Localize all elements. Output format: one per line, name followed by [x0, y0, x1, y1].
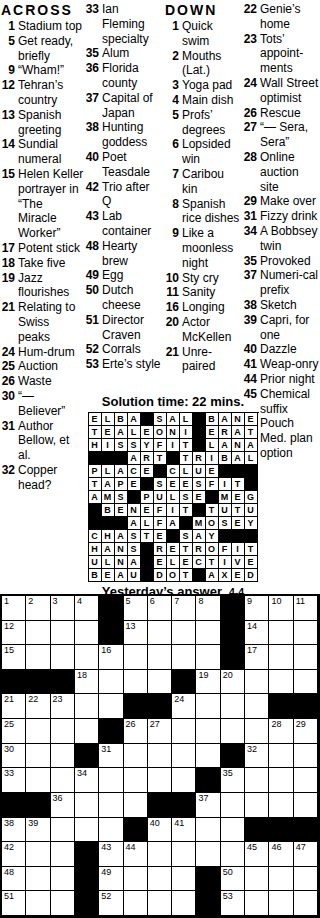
solution-cell-r5c5: E [141, 465, 154, 478]
solution-cell-r9c4: A [128, 517, 141, 530]
clue-number: 19 [1, 271, 15, 286]
clue-text: Unre-paired [182, 345, 215, 374]
grid-cell-r6c4[interactable] [75, 719, 99, 744]
grid-cell-r2c4[interactable] [75, 621, 99, 646]
clue-text: “— Believer” [18, 389, 65, 418]
grid-cell-r3c2[interactable] [26, 645, 50, 670]
grid-cell-r4c11[interactable] [245, 670, 269, 695]
grid-cell-r8c7[interactable] [148, 768, 172, 793]
black-cell-r10c12 [269, 818, 293, 843]
grid-cell-r1c3[interactable]: 3 [51, 596, 75, 621]
solution-cell-r8c11: U [219, 504, 232, 517]
grid-cell-r4c6[interactable] [124, 670, 148, 695]
clue-number: 4 [165, 93, 179, 108]
clue-across-40: 40Poet Teasdale [85, 150, 162, 180]
cell-number: 3 [53, 596, 58, 606]
grid-cell-r10c5[interactable] [99, 818, 123, 843]
grid-cell-r9c6[interactable] [124, 793, 148, 818]
grid-cell-r4c7[interactable] [148, 670, 172, 695]
grid-cell-r8c1[interactable]: 33 [2, 768, 26, 793]
solution-cell-r10c7 [167, 530, 180, 543]
cell-number: 33 [4, 768, 14, 778]
grid-cell-r9c10[interactable] [221, 793, 245, 818]
grid-cell-r11c3[interactable] [51, 842, 75, 867]
cell-number: 38 [4, 818, 14, 828]
cell-number: 47 [296, 842, 306, 852]
solution-cell-r6c13 [245, 478, 258, 491]
grid-cell-r13c8[interactable] [172, 891, 196, 916]
grid-cell-r3c1[interactable]: 15 [2, 645, 26, 670]
cell-number: 19 [198, 670, 208, 680]
grid-cell-r9c9[interactable]: 37 [196, 793, 220, 818]
clue-text: Alum [102, 46, 129, 60]
clue-down-44: 44Prior night [243, 372, 320, 387]
grid-cell-r5c8[interactable]: 24 [172, 694, 196, 719]
across-heading: ACROSS [1, 2, 84, 19]
grid-cell-r8c8[interactable] [172, 768, 196, 793]
grid-cell-r2c6[interactable]: 13 [124, 621, 148, 646]
solution-cell-r9c11: S [219, 517, 232, 530]
grid-cell-r7c13[interactable] [294, 744, 318, 769]
cell-number: 4 [77, 596, 82, 606]
clue-text: Lopsided win [182, 137, 231, 166]
grid-cell-r1c8[interactable]: 7 [172, 596, 196, 621]
solution-cell-r2c11: R [219, 426, 232, 439]
grid-cell-r1c11[interactable]: 9 [245, 596, 269, 621]
grid-cell-r12c11[interactable] [245, 867, 269, 892]
clue-across-53: 53Erte’s style [85, 357, 162, 372]
grid-cell-r3c3[interactable] [51, 645, 75, 670]
solution-cell-r4c9: R [193, 452, 206, 465]
solution-cell-r7c2: M [102, 491, 115, 504]
clue-down-6: 6Lopsided win [165, 137, 242, 167]
grid-cell-r6c11[interactable] [245, 719, 269, 744]
clue-text: Tots’ appoint-ments [260, 32, 303, 76]
grid-cell-r12c1[interactable]: 48 [2, 867, 26, 892]
clue-text: Waste [18, 374, 52, 388]
solution-cell-r2c6: O [154, 426, 167, 439]
solution-cell-r2c10: E [206, 426, 219, 439]
clue-text: Provoked [260, 254, 311, 268]
solution-time-label: Solution time: 22 mins. [87, 394, 259, 409]
grid-cell-r7c9[interactable] [196, 744, 220, 769]
solution-cell-r3c6: F [154, 439, 167, 452]
clue-across-32: 32Copper head? [1, 463, 84, 493]
grid-cell-r1c1[interactable]: 1 [2, 596, 26, 621]
clue-number: 5 [1, 34, 15, 49]
clue-down-27: 27“— Sera, Sera” [243, 120, 320, 150]
grid-cell-r13c1[interactable]: 51 [2, 891, 26, 916]
clue-across-18: 18Take five [1, 256, 84, 271]
clue-down-23: 23Tots’ appoint-ments [243, 32, 320, 76]
clue-text: “Wham!” [18, 63, 64, 77]
grid-cell-r9c3[interactable]: 36 [51, 793, 75, 818]
grid-cell-r10c7[interactable]: 40 [148, 818, 172, 843]
grid-cell-r5c10[interactable] [221, 694, 245, 719]
clue-number: 8 [165, 197, 179, 212]
black-cell-r12c9 [196, 867, 220, 892]
grid-cell-r9c11[interactable] [245, 793, 269, 818]
grid-cell-r2c13[interactable] [294, 621, 318, 646]
clue-text: Trio after Q [102, 180, 150, 209]
grid-cell-r8c13[interactable] [294, 768, 318, 793]
solution-cell-r9c10: O [206, 517, 219, 530]
solution-cell-r12c13: E [245, 556, 258, 569]
solution-cell-r13c3: A [115, 569, 128, 582]
solution-cell-r11c8: T [180, 543, 193, 556]
grid-cell-r11c8[interactable] [172, 842, 196, 867]
clue-text: Make over [260, 194, 316, 208]
grid-cell-r1c2[interactable]: 2 [26, 596, 50, 621]
grid-cell-r13c13[interactable] [294, 891, 318, 916]
grid-cell-r5c2[interactable]: 22 [26, 694, 50, 719]
solution-cell-r1c2: L [102, 413, 115, 426]
grid-cell-r1c9[interactable]: 8 [196, 596, 220, 621]
grid-cell-r9c4[interactable] [75, 793, 99, 818]
grid-cell-r12c10[interactable]: 50 [221, 867, 245, 892]
cell-number: 52 [101, 891, 111, 901]
grid-cell-r2c8[interactable] [172, 621, 196, 646]
grid-cell-r7c1[interactable]: 30 [2, 744, 26, 769]
clue-down-37: 37Numeri-cal prefix [243, 268, 320, 298]
clue-text: Sketch [260, 298, 297, 312]
clue-number: 25 [1, 359, 15, 374]
clue-across-14: 14Sundial numeral [1, 137, 84, 167]
solution-cell-r4c6: T [154, 452, 167, 465]
grid-cell-r2c1[interactable]: 12 [2, 621, 26, 646]
solution-cell-r6c6: S [154, 478, 167, 491]
solution-cell-r11c2: A [102, 543, 115, 556]
black-cell-r2c10 [221, 621, 245, 646]
grid-cell-r11c9[interactable] [196, 842, 220, 867]
cell-number: 43 [101, 842, 111, 852]
cell-number: 12 [4, 621, 14, 631]
grid-cell-r12c2[interactable] [26, 867, 50, 892]
grid-cell-r8c3[interactable] [51, 768, 75, 793]
grid-cell-r12c3[interactable] [51, 867, 75, 892]
grid-cell-r12c13[interactable] [294, 867, 318, 892]
solution-cell-r3c11: A [219, 439, 232, 452]
grid-cell-r3c7[interactable] [148, 645, 172, 670]
solution-cell-r13c1: B [89, 569, 102, 582]
solution-cell-r6c1: T [89, 478, 102, 491]
grid-cell-r10c10[interactable] [221, 818, 245, 843]
clue-number: 9 [1, 63, 15, 78]
grid-cell-r6c9[interactable] [196, 719, 220, 744]
solution-cell-r3c9 [193, 439, 206, 452]
grid-cell-r3c4[interactable] [75, 645, 99, 670]
clue-number: 11 [165, 285, 179, 300]
grid-cell-r6c1[interactable]: 25 [2, 719, 26, 744]
grid-cell-r11c11[interactable]: 45 [245, 842, 269, 867]
solution-cell-r7c8: S [180, 491, 193, 504]
grid-cell-r3c8[interactable] [172, 645, 196, 670]
clue-text: Capital of Japan [102, 91, 153, 120]
grid-cell-r13c11[interactable] [245, 891, 269, 916]
grid-cell-r7c5[interactable]: 31 [99, 744, 123, 769]
clue-down-38: 38Sketch [243, 298, 320, 313]
solution-cell-r13c6: D [154, 569, 167, 582]
grid-cell-r11c6[interactable]: 44 [124, 842, 148, 867]
grid-cell-r11c13[interactable]: 47 [294, 842, 318, 867]
cell-number: 6 [150, 596, 155, 606]
grid-cell-r12c7[interactable] [148, 867, 172, 892]
clue-text: Pouch [260, 416, 294, 430]
grid-cell-r11c5[interactable]: 43 [99, 842, 123, 867]
clue-number: 35 [243, 254, 257, 269]
cell-number: 44 [126, 842, 136, 852]
clue-number: 50 [85, 283, 99, 298]
solution-cell-r12c2: L [102, 556, 115, 569]
cell-number: 35 [223, 768, 233, 778]
grid-cell-r8c5[interactable] [99, 768, 123, 793]
clue-text: Sundial numeral [18, 137, 61, 166]
grid-cell-r11c7[interactable] [148, 842, 172, 867]
black-cell-r9c2 [26, 793, 50, 818]
clue-number: 1 [165, 19, 179, 34]
solution-cell-r12c12: V [232, 556, 245, 569]
grid-cell-r8c6[interactable] [124, 768, 148, 793]
grid-cell-r11c1[interactable]: 42 [2, 842, 26, 867]
grid-cell-r5c3[interactable]: 23 [51, 694, 75, 719]
solution-cell-r11c9: R [193, 543, 206, 556]
grid-cell-r7c8[interactable] [172, 744, 196, 769]
solution-cell-r3c2: I [102, 439, 115, 452]
solution-cell-r8c10: T [206, 504, 219, 517]
cell-number: 21 [4, 694, 14, 704]
grid-cell-r1c4[interactable]: 4 [75, 596, 99, 621]
cell-number: 45 [247, 842, 257, 852]
grid-cell-r13c6[interactable] [124, 891, 148, 916]
solution-cell-r7c5: P [141, 491, 154, 504]
clue-text: Like a moonless night [182, 226, 233, 270]
black-cell-r5c7 [148, 694, 172, 719]
grid-cell-r7c6[interactable] [124, 744, 148, 769]
grid-cell-r6c6[interactable]: 26 [124, 719, 148, 744]
solution-cell-r2c12: A [232, 426, 245, 439]
cell-number: 31 [101, 744, 111, 754]
clue-text: Dutch cheese [102, 283, 141, 312]
grid-cell-r9c13[interactable] [294, 793, 318, 818]
cell-number: 13 [126, 621, 136, 631]
solution-cell-r12c9: C [193, 556, 206, 569]
grid-cell-r7c2[interactable] [26, 744, 50, 769]
grid-cell-r5c11[interactable] [245, 694, 269, 719]
cell-number: 40 [150, 818, 160, 828]
cell-number: 26 [126, 719, 136, 729]
grid-cell-r11c12[interactable]: 46 [269, 842, 293, 867]
grid-cell-r8c11[interactable] [245, 768, 269, 793]
grid-cell-r13c10[interactable]: 53 [221, 891, 245, 916]
clue-number: 37 [243, 268, 257, 283]
grid-cell-r7c11[interactable]: 32 [245, 744, 269, 769]
grid-cell-r7c3[interactable] [51, 744, 75, 769]
black-cell-r5c13 [294, 694, 318, 719]
grid-cell-r3c11[interactable]: 17 [245, 645, 269, 670]
grid-cell-r3c5[interactable]: 16 [99, 645, 123, 670]
solution-cell-r2c4: L [128, 426, 141, 439]
grid-cell-r9c12[interactable] [269, 793, 293, 818]
clue-text: Prior night [260, 372, 315, 386]
grid-cell-r13c7[interactable] [148, 891, 172, 916]
solution-cell-r12c5 [141, 556, 154, 569]
clue-text: Quick swim [182, 19, 213, 48]
clue-text: Weap-onry [260, 357, 318, 371]
clue-number: 40 [85, 150, 99, 165]
grid-cell-r8c12[interactable] [269, 768, 293, 793]
grid-cell-r4c5[interactable] [99, 670, 123, 695]
grid-cell-r2c7[interactable] [148, 621, 172, 646]
grid-cell-r4c9[interactable]: 19 [196, 670, 220, 695]
grid-cell-r6c13[interactable]: 29 [294, 719, 318, 744]
solution-cell-r1c13: E [245, 413, 258, 426]
grid-cell-r4c12[interactable] [269, 670, 293, 695]
grid-cell-r10c2[interactable]: 39 [26, 818, 50, 843]
grid-cell-r5c5[interactable] [99, 694, 123, 719]
clue-number: 35 [85, 46, 99, 61]
solution-cell-r11c3: N [115, 543, 128, 556]
grid-cell-r6c8[interactable] [172, 719, 196, 744]
grid-cell-r10c1[interactable]: 38 [2, 818, 26, 843]
solution-cell-r13c2: E [102, 569, 115, 582]
solution-cell-r11c1: H [89, 543, 102, 556]
grid-cell-r5c4[interactable] [75, 694, 99, 719]
grid-cell-r13c12[interactable] [269, 891, 293, 916]
grid-cell-r4c13[interactable] [294, 670, 318, 695]
cell-number: 14 [247, 621, 257, 631]
grid-cell-r10c4[interactable] [75, 818, 99, 843]
clue-text: Get ready, briefly [18, 34, 73, 63]
grid-cell-r8c10[interactable]: 35 [221, 768, 245, 793]
clue-text: Hum-drum [18, 345, 75, 359]
clue-across-38: 38Hunting goddess [85, 120, 162, 150]
clue-text: Main dish [182, 93, 233, 107]
solution-cell-r10c6: E [154, 530, 167, 543]
grid-cell-r10c8[interactable]: 41 [172, 818, 196, 843]
solution-cell-r11c6: R [154, 543, 167, 556]
clue-across-15: 15Helen Keller portrayer in “The Miracle… [1, 167, 84, 241]
grid-cell-r2c3[interactable] [51, 621, 75, 646]
grid-cell-r5c1[interactable]: 21 [2, 694, 26, 719]
grid-cell-r2c9[interactable] [196, 621, 220, 646]
clue-down-10: 10Sty cry [165, 271, 242, 286]
grid-cell-r8c4[interactable]: 34 [75, 768, 99, 793]
grid-cell-r12c6[interactable] [124, 867, 148, 892]
grid-cell-r3c9[interactable] [196, 645, 220, 670]
cell-number: 11 [296, 596, 305, 606]
clue-number: 6 [165, 137, 179, 152]
cell-number: 36 [53, 793, 63, 803]
crossword-page: ACROSS 1Stadium top5Get ready, briefly9“… [0, 0, 320, 918]
solution-cell-r3c13: A [245, 439, 258, 452]
clue-number: 34 [243, 224, 257, 239]
cell-number: 5 [126, 596, 131, 606]
solution-cell-r7c9: E [193, 491, 206, 504]
clue-across-48: 48Hearty brew [85, 239, 162, 269]
grid-cell-r1c13[interactable]: 11 [294, 596, 318, 621]
grid-cell-r6c10[interactable] [221, 719, 245, 744]
grid-cell-r3c13[interactable] [294, 645, 318, 670]
clue-number: 43 [85, 209, 99, 224]
grid-cell-r4c4[interactable]: 18 [75, 670, 99, 695]
clue-number: 17 [1, 241, 15, 256]
grid-cell-r12c8[interactable] [172, 867, 196, 892]
grid-cell-r6c12[interactable]: 28 [269, 719, 293, 744]
clue-across-31: 31Author Bellow, et al. [1, 419, 84, 463]
grid-cell-r6c2[interactable] [26, 719, 50, 744]
solution-cell-r4c5: R [141, 452, 154, 465]
grid-cell-r6c7[interactable]: 27 [148, 719, 172, 744]
grid-cell-r3c12[interactable] [269, 645, 293, 670]
grid-cell-r1c12[interactable]: 10 [269, 596, 293, 621]
solution-cell-r13c12: E [232, 569, 245, 582]
grid-cell-r6c3[interactable] [51, 719, 75, 744]
grid-cell-r13c3[interactable] [51, 891, 75, 916]
clue-down-21: 21Unre-paired [165, 345, 242, 375]
grid-cell-r1c7[interactable]: 6 [148, 596, 172, 621]
grid-cell-r2c11[interactable]: 14 [245, 621, 269, 646]
solution-cell-r1c5 [141, 413, 154, 426]
grid-cell-r7c7[interactable] [148, 744, 172, 769]
grid-cell-r11c10[interactable] [221, 842, 245, 867]
grid-cell-r10c3[interactable] [51, 818, 75, 843]
solution-cell-r1c3: B [115, 413, 128, 426]
grid-cell-r11c2[interactable] [26, 842, 50, 867]
clue-text: Dazzle [260, 342, 297, 356]
solution-cell-r6c5 [141, 478, 154, 491]
solution-cell-r3c7: I [167, 439, 180, 452]
solution-cell-r7c7: L [167, 491, 180, 504]
solution-cell-r4c2 [102, 452, 115, 465]
solution-cell-r10c13 [245, 530, 258, 543]
grid-cell-r2c2[interactable] [26, 621, 50, 646]
black-cell-r7c4 [75, 744, 99, 769]
solution-cell-r10c12 [232, 530, 245, 543]
grid-cell-r4c10[interactable]: 20 [221, 670, 245, 695]
clue-across-36: 36Florida county [85, 61, 162, 91]
grid-cell-r1c6[interactable]: 5 [124, 596, 148, 621]
clue-text: Chemical suffix [260, 387, 310, 416]
solution-cell-r7c3: S [115, 491, 128, 504]
clue-number: 36 [85, 61, 99, 76]
grid-cell-r8c2[interactable] [26, 768, 50, 793]
grid-cell-r10c9[interactable] [196, 818, 220, 843]
grid-cell-r12c5[interactable]: 49 [99, 867, 123, 892]
solution-cell-r5c2: L [102, 465, 115, 478]
clue-across-50: 50Dutch cheese [85, 283, 162, 313]
solution-cell-r7c4 [128, 491, 141, 504]
clue-text: Mouths (Lat.) [182, 49, 221, 78]
grid-cell-r7c12[interactable] [269, 744, 293, 769]
clue-text: Wall Street optimist [260, 76, 318, 105]
solution-cell-r9c12: E [232, 517, 245, 530]
black-cell-r4c3 [51, 670, 75, 695]
solution-cell-r4c4: A [128, 452, 141, 465]
grid-cell-r5c9[interactable] [196, 694, 220, 719]
clue-down-31: 31Fizzy drink [243, 209, 320, 224]
grid-cell-r2c12[interactable] [269, 621, 293, 646]
solution-cell-r9c13: Y [245, 517, 258, 530]
grid-cell-r13c5[interactable]: 52 [99, 891, 123, 916]
clue-text: “— Sera, Sera” [260, 120, 308, 149]
grid-cell-r3c6[interactable] [124, 645, 148, 670]
grid-cell-r9c5[interactable] [99, 793, 123, 818]
clue-number: 48 [85, 239, 99, 254]
down-clue-list-2: 22Genie’s home23Tots’ appoint-ments24Wal… [243, 2, 320, 461]
grid-cell-r13c2[interactable] [26, 891, 50, 916]
grid-cell-r12c12[interactable] [269, 867, 293, 892]
solution-cell-r4c11: B [219, 452, 232, 465]
